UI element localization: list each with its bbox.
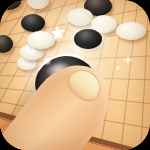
white-stone <box>116 22 146 40</box>
go-app-icon[interactable] <box>0 0 150 150</box>
sparkle-dot <box>44 58 50 64</box>
black-stone <box>21 14 45 32</box>
go-board <box>0 0 150 150</box>
white-stone <box>67 8 93 26</box>
